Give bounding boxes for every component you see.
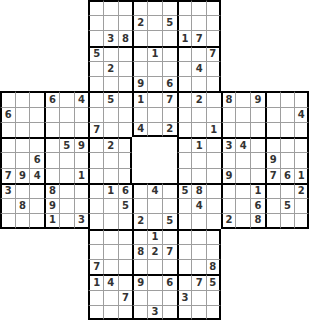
cell-r1c15[interactable] [206,0,221,15]
cell-r12c17[interactable] [235,168,250,183]
cell-r10c6: 9 [74,137,89,152]
cell-r16c14[interactable] [191,229,206,244]
cell-r6c13[interactable] [177,76,192,91]
cell-r20c13: 3 [177,290,192,305]
cell-r19c10: 9 [132,274,147,289]
cell-r10c21[interactable] [294,137,309,152]
cell-r19c13[interactable] [177,274,192,289]
cell-r3c8: 3 [103,30,118,45]
cell-r15c12: 5 [162,213,177,228]
cell-r8c8[interactable] [103,107,118,122]
cell-r13c4: 8 [44,183,59,198]
cell-r10c13[interactable] [177,137,192,152]
cell-r2c7[interactable] [88,15,103,30]
cell-r10c8: 2 [103,137,118,152]
cell-r11c13[interactable] [177,152,192,167]
cell-r8c20[interactable] [280,107,295,122]
cell-r21c8[interactable] [103,305,118,320]
cell-r11c7[interactable] [88,152,103,167]
cell-r1c7[interactable] [88,0,103,15]
cell-r8c7[interactable] [88,107,103,122]
cell-r10c4[interactable] [44,137,59,152]
cell-r17c9[interactable] [118,244,133,259]
cell-r18c9[interactable] [118,259,133,274]
cell-r4c8[interactable] [103,46,118,61]
cell-r14c13[interactable] [177,198,192,213]
cell-r5c8: 2 [103,61,118,76]
cell-r5c11[interactable] [147,61,162,76]
cell-r6c8[interactable] [103,76,118,91]
cell-r7c7[interactable] [88,91,103,106]
cell-r8c13[interactable] [177,107,192,122]
cell-r14c14: 4 [191,198,206,213]
cell-r4c7: 5 [88,46,103,61]
cell-r14c12[interactable] [162,198,177,213]
cell-r18c7: 7 [88,259,103,274]
cell-r21c13[interactable] [177,305,192,320]
cell-r12c21: 1 [294,168,309,183]
cell-r12c8[interactable] [103,168,118,183]
cell-r10c7[interactable] [88,137,103,152]
cell-r20c15[interactable] [206,290,221,305]
cell-r10c14: 1 [191,137,206,152]
cell-r7c3[interactable] [29,91,44,106]
cell-r11c4[interactable] [44,152,59,167]
cell-r7c5[interactable] [59,91,74,106]
cell-r9c7: 7 [88,122,103,137]
cell-r7c19[interactable] [265,91,280,106]
cell-r11c20[interactable] [280,152,295,167]
cell-r7c12: 7 [162,91,177,106]
cell-r14c7[interactable] [88,198,103,213]
cell-r13c13: 5 [177,183,192,198]
cell-r12c14[interactable] [191,168,206,183]
cell-r10c15[interactable] [206,137,221,152]
cell-r9c21[interactable] [294,122,309,137]
cell-r13c11: 4 [147,183,162,198]
cell-r7c1[interactable] [0,91,15,106]
cell-r12c7[interactable] [88,168,103,183]
cell-r19c8: 4 [103,274,118,289]
cell-r6c12: 6 [162,76,177,91]
cell-r12c4[interactable] [44,168,59,183]
cell-r8c18[interactable] [250,107,265,122]
cell-r12c20: 6 [280,168,295,183]
cell-r8c21: 4 [294,107,309,122]
cell-r14c21[interactable] [294,198,309,213]
cell-r13c20[interactable] [280,183,295,198]
cell-r15c13[interactable] [177,213,192,228]
cell-r16c12[interactable] [162,229,177,244]
cell-r17c14[interactable] [191,244,206,259]
cell-r9c6[interactable] [74,122,89,137]
cell-r3c9: 8 [118,30,133,45]
cell-r11c14[interactable] [191,152,206,167]
cell-r9c2[interactable] [15,122,30,137]
cell-r12c5[interactable] [59,168,74,183]
cell-r6c11[interactable] [147,76,162,91]
cell-r10c16: 3 [221,137,236,152]
cell-r6c10: 9 [132,76,147,91]
cell-r21c11: 3 [147,305,162,320]
cell-r10c1[interactable] [0,137,15,152]
cell-r4c12[interactable] [162,46,177,61]
cell-r7c18: 9 [250,91,265,106]
cell-r14c20: 5 [280,198,295,213]
cell-r1c13[interactable] [177,0,192,15]
cell-r14c19[interactable] [265,198,280,213]
cell-r14c15[interactable] [206,198,221,213]
cell-r17c8[interactable] [103,244,118,259]
cell-r11c18[interactable] [250,152,265,167]
cell-r12c18[interactable] [250,168,265,183]
cell-r9c3[interactable] [29,122,44,137]
cell-r11c3: 6 [29,152,44,167]
cell-r9c17[interactable] [235,122,250,137]
cell-r14c2: 8 [15,198,30,213]
cell-r12c13[interactable] [177,168,192,183]
cell-r2c10: 2 [132,15,147,30]
cell-r8c3[interactable] [29,107,44,122]
cell-r12c2: 9 [15,168,30,183]
cell-r10c20[interactable] [280,137,295,152]
cell-r8c4[interactable] [44,107,59,122]
cell-r13c16[interactable] [221,183,236,198]
cell-r19c12: 6 [162,274,177,289]
cell-r13c15[interactable] [206,183,221,198]
cell-r17c10: 8 [132,244,147,259]
cell-r7c17[interactable] [235,91,250,106]
cell-r21c9[interactable] [118,305,133,320]
cell-r7c10: 1 [132,91,147,106]
cell-r12c6: 1 [74,168,89,183]
cell-r20c7[interactable] [88,290,103,305]
cell-r17c15[interactable] [206,244,221,259]
cell-r2c9[interactable] [118,15,133,30]
cell-r9c19[interactable] [265,122,280,137]
cell-r11c9[interactable] [118,152,133,167]
cell-r1c8[interactable] [103,0,118,15]
cell-r13c5[interactable] [59,183,74,198]
cell-r9c4[interactable] [44,122,59,137]
cell-r8c15[interactable] [206,107,221,122]
cell-r3c13: 1 [177,30,192,45]
cell-r11c8[interactable] [103,152,118,167]
cell-r20c8[interactable] [103,290,118,305]
cell-r14c3[interactable] [29,198,44,213]
cell-r1c12[interactable] [162,0,177,15]
cell-r9c12: 2 [162,122,177,137]
cell-r18c14[interactable] [191,259,206,274]
cell-r20c12[interactable] [162,290,177,305]
cell-r21c14[interactable] [191,305,206,320]
cell-r12c19: 7 [265,168,280,183]
cell-r2c12: 5 [162,15,177,30]
cell-r13c2[interactable] [15,183,30,198]
cell-r8c10[interactable] [132,107,147,122]
cell-r7c4: 6 [44,91,59,106]
cell-r18c12[interactable] [162,259,177,274]
cell-r9c10: 4 [132,122,147,137]
cell-r10c5: 5 [59,137,74,152]
cell-r8c17[interactable] [235,107,250,122]
cell-r16c11: 1 [147,229,162,244]
cell-r13c12[interactable] [162,183,177,198]
cell-r7c11[interactable] [147,91,162,106]
cell-r4c14[interactable] [191,46,206,61]
cell-r7c21[interactable] [294,91,309,106]
cell-r15c7[interactable] [88,213,103,228]
cell-r18c8[interactable] [103,259,118,274]
cell-r21c7[interactable] [88,305,103,320]
cell-r9c18[interactable] [250,122,265,137]
cell-r14c6[interactable] [74,198,89,213]
cell-r13c1: 3 [0,183,15,198]
cell-r9c13[interactable] [177,122,192,137]
cell-r9c8[interactable] [103,122,118,137]
cell-r15c1[interactable] [0,213,15,228]
cell-r14c1[interactable] [0,198,15,213]
cell-r15c3[interactable] [29,213,44,228]
cell-r13c7[interactable] [88,183,103,198]
cell-r21c10[interactable] [132,305,147,320]
cell-r15c2[interactable] [15,213,30,228]
cell-r5c13[interactable] [177,61,192,76]
cell-r13c6[interactable] [74,183,89,198]
cell-r5c9[interactable] [118,61,133,76]
cell-r19c9[interactable] [118,274,133,289]
cell-r3c15[interactable] [206,30,221,45]
cell-r19c7: 1 [88,274,103,289]
cell-r15c10: 2 [132,213,147,228]
cell-r9c1[interactable] [0,122,15,137]
cell-r8c14[interactable] [191,107,206,122]
cell-r6c15[interactable] [206,76,221,91]
cell-r16c10[interactable] [132,229,147,244]
cell-r2c8[interactable] [103,15,118,30]
cell-r2c14[interactable] [191,15,206,30]
cell-r15c21[interactable] [294,213,309,228]
cell-r5c10[interactable] [132,61,147,76]
cell-r15c5[interactable] [59,213,74,228]
cell-r17c12: 7 [162,244,177,259]
puzzle-page: 2538175172496645172896474215921346979419… [0,0,309,320]
cell-r13c9: 6 [118,183,133,198]
cell-r19c11[interactable] [147,274,162,289]
cell-r7c20[interactable] [280,91,295,106]
cell-r8c6[interactable] [74,107,89,122]
cell-r8c2[interactable] [15,107,30,122]
cell-r2c11[interactable] [147,15,162,30]
cell-r9c11[interactable] [147,122,162,137]
cell-r20c10[interactable] [132,290,147,305]
cell-r6c9[interactable] [118,76,133,91]
cell-r10c9[interactable] [118,137,133,152]
cell-r10c17: 4 [235,137,250,152]
cell-r11c17[interactable] [235,152,250,167]
cell-r16c9[interactable] [118,229,133,244]
sohei-sudoku-board: 2538175172496645172896474215921346979419… [0,0,309,320]
cell-r8c5[interactable] [59,107,74,122]
cell-r15c11[interactable] [147,213,162,228]
cell-r15c4: 1 [44,213,59,228]
cell-r15c6: 3 [74,213,89,228]
cell-r10c18[interactable] [250,137,265,152]
cell-r14c4: 9 [44,198,59,213]
cell-r1c11[interactable] [147,0,162,15]
cell-r18c11[interactable] [147,259,162,274]
cell-r17c11: 2 [147,244,162,259]
cell-r7c9[interactable] [118,91,133,106]
cell-r8c1: 6 [0,107,15,122]
cell-r2c13[interactable] [177,15,192,30]
cell-r20c14[interactable] [191,290,206,305]
cell-r13c3[interactable] [29,183,44,198]
cell-r2c15[interactable] [206,15,221,30]
cell-r13c18: 1 [250,183,265,198]
cell-r11c1[interactable] [0,152,15,167]
cell-r4c15: 7 [206,46,221,61]
cell-r15c17[interactable] [235,213,250,228]
cell-r16c7[interactable] [88,229,103,244]
cell-r14c5[interactable] [59,198,74,213]
cell-r4c11: 1 [147,46,162,61]
cell-r14c18: 6 [250,198,265,213]
cell-r15c20[interactable] [280,213,295,228]
cell-r16c8[interactable] [103,229,118,244]
cell-r13c14: 8 [191,183,206,198]
cell-r12c3: 4 [29,168,44,183]
cell-r14c16[interactable] [221,198,236,213]
cell-r3c12[interactable] [162,30,177,45]
cell-r19c14: 7 [191,274,206,289]
cell-r9c16[interactable] [221,122,236,137]
cell-r11c2[interactable] [15,152,30,167]
cell-r7c13[interactable] [177,91,192,106]
cell-r4c10[interactable] [132,46,147,61]
cell-r6c14[interactable] [191,76,206,91]
cell-r13c19[interactable] [265,183,280,198]
cell-r16c13[interactable] [177,229,192,244]
cell-r15c19[interactable] [265,213,280,228]
cell-r7c2[interactable] [15,91,30,106]
cell-r13c10[interactable] [132,183,147,198]
cell-r7c8: 5 [103,91,118,106]
cell-r18c10[interactable] [132,259,147,274]
cell-r8c11[interactable] [147,107,162,122]
cell-r9c20[interactable] [280,122,295,137]
cell-r11c5[interactable] [59,152,74,167]
cell-r21c15[interactable] [206,305,221,320]
cell-r14c10[interactable] [132,198,147,213]
cell-r18c13[interactable] [177,259,192,274]
cell-r8c19[interactable] [265,107,280,122]
cell-r5c15[interactable] [206,61,221,76]
cell-r5c14: 4 [191,61,206,76]
cell-r10c2[interactable] [15,137,30,152]
cell-r1c14[interactable] [191,0,206,15]
cell-r15c9[interactable] [118,213,133,228]
cell-r4c13[interactable] [177,46,192,61]
cell-r6c7[interactable] [88,76,103,91]
cell-r3c10[interactable] [132,30,147,45]
cell-r1c9[interactable] [118,0,133,15]
cell-r17c13[interactable] [177,244,192,259]
cell-r9c9[interactable] [118,122,133,137]
cell-r12c15[interactable] [206,168,221,183]
cell-r11c16[interactable] [221,152,236,167]
cell-r19c15: 5 [206,274,221,289]
cell-r9c14[interactable] [191,122,206,137]
cell-r20c9: 7 [118,290,133,305]
cell-r7c6: 4 [74,91,89,106]
cell-r3c11[interactable] [147,30,162,45]
cell-r15c8[interactable] [103,213,118,228]
cell-r5c7[interactable] [88,61,103,76]
cell-r7c14: 2 [191,91,206,106]
cell-r15c15[interactable] [206,213,221,228]
cell-r7c15[interactable] [206,91,221,106]
cell-r10c3[interactable] [29,137,44,152]
cell-r14c17[interactable] [235,198,250,213]
cell-r14c11[interactable] [147,198,162,213]
cell-r4c9[interactable] [118,46,133,61]
cell-r8c16[interactable] [221,107,236,122]
cell-r15c18: 8 [250,213,265,228]
cell-r8c9[interactable] [118,107,133,122]
cell-r13c8: 1 [103,183,118,198]
cell-r1c10[interactable] [132,0,147,15]
cell-r21c12[interactable] [162,305,177,320]
cell-r11c6[interactable] [74,152,89,167]
cell-r16c15[interactable] [206,229,221,244]
cell-r10c19[interactable] [265,137,280,152]
cell-r9c15: 1 [206,122,221,137]
cell-r8c12[interactable] [162,107,177,122]
cell-r13c21: 2 [294,183,309,198]
cell-r11c19: 9 [265,152,280,167]
cell-r17c7[interactable] [88,244,103,259]
cell-r9c5[interactable] [59,122,74,137]
cell-r12c1: 7 [0,168,15,183]
cell-r15c14[interactable] [191,213,206,228]
cell-r12c9[interactable] [118,168,133,183]
cell-r7c16: 8 [221,91,236,106]
cell-r11c15[interactable] [206,152,221,167]
cell-r3c7[interactable] [88,30,103,45]
cell-r15c16: 2 [221,213,236,228]
cell-r14c9: 5 [118,198,133,213]
cell-r5c12[interactable] [162,61,177,76]
cell-r11c21[interactable] [294,152,309,167]
cell-r20c11[interactable] [147,290,162,305]
cell-r13c17[interactable] [235,183,250,198]
cell-r18c15: 8 [206,259,221,274]
cell-r12c16: 9 [221,168,236,183]
cell-r3c14: 7 [191,30,206,45]
cell-r14c8[interactable] [103,198,118,213]
